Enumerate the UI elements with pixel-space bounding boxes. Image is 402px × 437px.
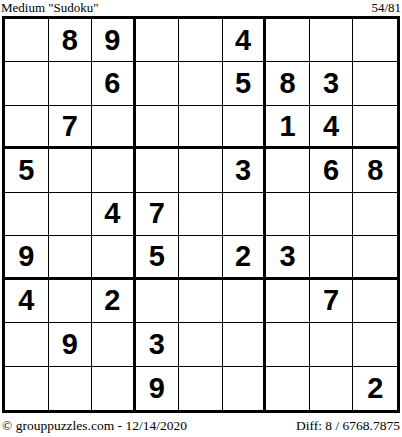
cell-r2c6: 5 bbox=[223, 62, 267, 105]
cell-r5c3: 4 bbox=[92, 193, 136, 236]
cell-r6c7: 3 bbox=[266, 236, 310, 279]
cell-r6c6: 2 bbox=[223, 236, 267, 279]
cell-r7c7[interactable] bbox=[266, 280, 310, 323]
cell-r8c4: 3 bbox=[136, 323, 180, 366]
cell-r4c3[interactable] bbox=[92, 149, 136, 192]
cell-r9c3[interactable] bbox=[92, 367, 136, 410]
cell-r5c2[interactable] bbox=[49, 193, 93, 236]
cell-r7c2[interactable] bbox=[49, 280, 93, 323]
footer: © grouppuzzles.com - 12/14/2020 Diff: 8 … bbox=[2, 417, 400, 434]
cell-r8c8[interactable] bbox=[310, 323, 354, 366]
cell-r9c2[interactable] bbox=[49, 367, 93, 410]
cell-r3c5[interactable] bbox=[179, 106, 223, 149]
cell-r3c9[interactable] bbox=[353, 106, 397, 149]
cell-r6c1: 9 bbox=[5, 236, 49, 279]
cell-r6c3[interactable] bbox=[92, 236, 136, 279]
cell-r7c9[interactable] bbox=[353, 280, 397, 323]
cell-r8c7[interactable] bbox=[266, 323, 310, 366]
cell-r4c2[interactable] bbox=[49, 149, 93, 192]
cell-r2c8: 3 bbox=[310, 62, 354, 105]
cell-r1c6: 4 bbox=[223, 19, 267, 62]
cell-r6c9[interactable] bbox=[353, 236, 397, 279]
cell-r5c6[interactable] bbox=[223, 193, 267, 236]
cell-r4c8: 6 bbox=[310, 149, 354, 192]
cell-r7c8: 7 bbox=[310, 280, 354, 323]
cell-r9c4: 9 bbox=[136, 367, 180, 410]
cell-r8c1[interactable] bbox=[5, 323, 49, 366]
sudoku-board: 894658371453684795234279392 bbox=[2, 16, 400, 413]
cell-r6c2[interactable] bbox=[49, 236, 93, 279]
cell-r1c7[interactable] bbox=[266, 19, 310, 62]
cell-r4c5[interactable] bbox=[179, 149, 223, 192]
cell-r4c4[interactable] bbox=[136, 149, 180, 192]
cell-r4c6: 3 bbox=[223, 149, 267, 192]
cell-r6c8[interactable] bbox=[310, 236, 354, 279]
cell-r9c5[interactable] bbox=[179, 367, 223, 410]
cell-r4c7[interactable] bbox=[266, 149, 310, 192]
cell-r2c9[interactable] bbox=[353, 62, 397, 105]
cell-r2c1[interactable] bbox=[5, 62, 49, 105]
cell-r3c8: 4 bbox=[310, 106, 354, 149]
cell-r3c2: 7 bbox=[49, 106, 93, 149]
cell-r3c1[interactable] bbox=[5, 106, 49, 149]
cell-r5c1[interactable] bbox=[5, 193, 49, 236]
cell-r1c3: 9 bbox=[92, 19, 136, 62]
cell-r7c5[interactable] bbox=[179, 280, 223, 323]
cell-r3c6[interactable] bbox=[223, 106, 267, 149]
cell-r5c7[interactable] bbox=[266, 193, 310, 236]
cell-r9c1[interactable] bbox=[5, 367, 49, 410]
cell-r1c9[interactable] bbox=[353, 19, 397, 62]
cell-r9c6[interactable] bbox=[223, 367, 267, 410]
cell-r4c9: 8 bbox=[353, 149, 397, 192]
cell-r1c5[interactable] bbox=[179, 19, 223, 62]
cell-r7c3: 2 bbox=[92, 280, 136, 323]
cell-r5c4: 7 bbox=[136, 193, 180, 236]
cell-r1c4[interactable] bbox=[136, 19, 180, 62]
cell-r3c3[interactable] bbox=[92, 106, 136, 149]
copyright-text: © grouppuzzles.com - 12/14/2020 bbox=[2, 417, 187, 434]
cell-r1c1[interactable] bbox=[5, 19, 49, 62]
cell-r8c6[interactable] bbox=[223, 323, 267, 366]
cell-r9c8[interactable] bbox=[310, 367, 354, 410]
cell-r3c4[interactable] bbox=[136, 106, 180, 149]
cell-r7c4[interactable] bbox=[136, 280, 180, 323]
cell-r2c2[interactable] bbox=[49, 62, 93, 105]
cell-r8c3[interactable] bbox=[92, 323, 136, 366]
puzzle-title: Medium "Sudoku" bbox=[1, 0, 99, 15]
cell-r2c3: 6 bbox=[92, 62, 136, 105]
cell-r5c9[interactable] bbox=[353, 193, 397, 236]
difficulty-text: Diff: 8 / 6768.7875 bbox=[296, 417, 400, 434]
cell-r4c1: 5 bbox=[5, 149, 49, 192]
cell-r7c6[interactable] bbox=[223, 280, 267, 323]
cell-r6c5[interactable] bbox=[179, 236, 223, 279]
header: Medium "Sudoku" 54/81 bbox=[1, 0, 401, 15]
cell-r3c7: 1 bbox=[266, 106, 310, 149]
cell-r1c8[interactable] bbox=[310, 19, 354, 62]
cell-r6c4: 5 bbox=[136, 236, 180, 279]
cell-r2c4[interactable] bbox=[136, 62, 180, 105]
sudoku-page: Medium "Sudoku" 54/81 894658371453684795… bbox=[0, 0, 402, 437]
cell-r8c2: 9 bbox=[49, 323, 93, 366]
cell-r7c1: 4 bbox=[5, 280, 49, 323]
cell-r9c9: 2 bbox=[353, 367, 397, 410]
cell-r5c5[interactable] bbox=[179, 193, 223, 236]
cell-r2c5[interactable] bbox=[179, 62, 223, 105]
cell-r9c7[interactable] bbox=[266, 367, 310, 410]
cells-remaining-counter: 54/81 bbox=[371, 0, 401, 15]
cell-r5c8[interactable] bbox=[310, 193, 354, 236]
cell-r8c5[interactable] bbox=[179, 323, 223, 366]
cell-r1c2: 8 bbox=[49, 19, 93, 62]
cell-r2c7: 8 bbox=[266, 62, 310, 105]
cell-r8c9[interactable] bbox=[353, 323, 397, 366]
